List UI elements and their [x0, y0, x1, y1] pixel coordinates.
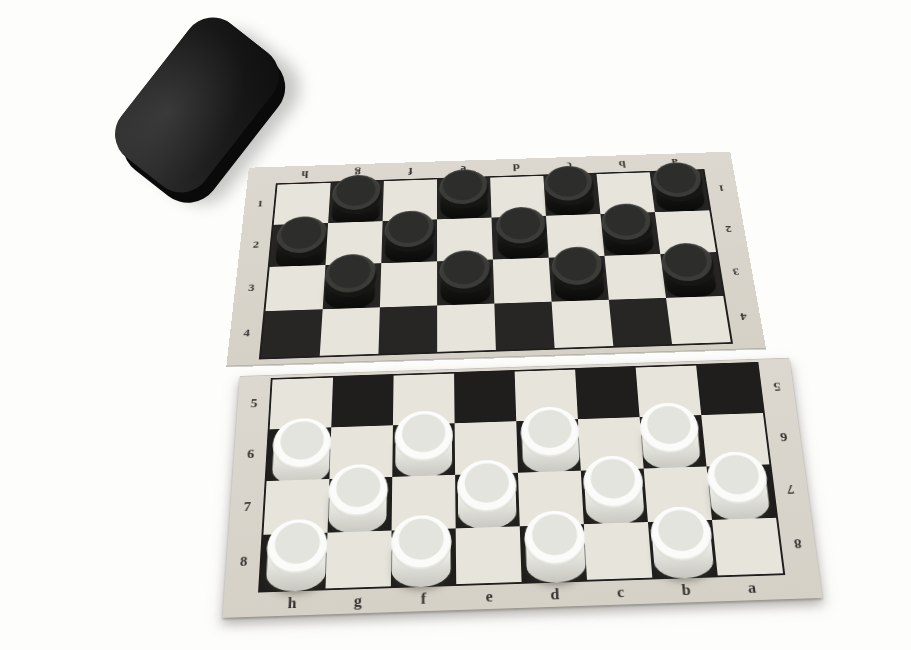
rank-label-text-7: 7 — [786, 481, 795, 496]
square-g5[interactable] — [331, 376, 393, 428]
square-c3[interactable] — [549, 256, 609, 302]
white-man-b8[interactable] — [649, 506, 717, 583]
square-a4[interactable] — [666, 296, 731, 344]
rank-label-2-left-half-top: 2 — [240, 223, 272, 266]
rank-label-7-left-half-bottom: 7 — [230, 479, 265, 534]
square-d3[interactable] — [493, 258, 552, 304]
file-label-h-bottom: h — [259, 595, 325, 612]
photo-stage: hgfedcba12341234 56785678hgfedcba — [0, 0, 911, 650]
file-label-f-bottom: f — [391, 591, 457, 608]
board-grid-half-bottom — [258, 362, 785, 593]
black-man-d2[interactable] — [495, 206, 549, 263]
square-e3[interactable] — [437, 259, 494, 305]
rank-label-text-1: 1 — [257, 198, 264, 210]
file-label-f-top: f — [384, 165, 437, 176]
rank-label-3-left-half-top: 3 — [235, 265, 268, 310]
black-man-a1[interactable] — [650, 162, 708, 217]
board-grid-half-top — [259, 169, 733, 359]
black-man-c1[interactable] — [543, 165, 597, 220]
black-man-b2[interactable] — [599, 203, 657, 260]
square-b4[interactable] — [609, 298, 672, 346]
rank-label-text-7: 7 — [243, 499, 251, 514]
rank-label-1-right-half-top: 1 — [704, 168, 738, 209]
square-d6[interactable] — [516, 419, 581, 473]
rank-label-text-2: 2 — [252, 239, 259, 251]
file-label-h-top: h — [278, 168, 332, 179]
black-man-a3[interactable] — [659, 242, 720, 302]
rank-label-text-5: 5 — [250, 396, 258, 410]
square-f2[interactable] — [381, 219, 437, 263]
square-e1[interactable] — [437, 178, 491, 220]
black-man-e3[interactable] — [439, 249, 493, 309]
rank-label-text-5: 5 — [772, 379, 781, 393]
margin-spacer — [785, 586, 818, 587]
black-man-g3[interactable] — [322, 253, 377, 314]
margin-spacer — [252, 175, 279, 176]
square-c5[interactable] — [575, 368, 639, 420]
rank-label-6-right-half-bottom: 6 — [765, 410, 803, 462]
rank-label-5-right-half-bottom: 5 — [758, 361, 795, 411]
white-man-c7[interactable] — [582, 455, 646, 529]
square-g8[interactable] — [325, 531, 391, 589]
square-e7[interactable] — [455, 473, 520, 529]
square-e8[interactable] — [456, 526, 522, 584]
square-e5[interactable] — [454, 372, 516, 424]
white-man-f8[interactable] — [390, 514, 452, 592]
half-bottom-mid: 56785678 — [225, 361, 818, 594]
square-h4[interactable] — [261, 309, 323, 357]
file-label-a-bottom: a — [718, 580, 785, 597]
square-g4[interactable] — [320, 307, 380, 355]
rank-label-text-6: 6 — [247, 447, 255, 461]
black-man-f2[interactable] — [383, 210, 435, 268]
square-c4[interactable] — [552, 300, 614, 348]
square-g1[interactable] — [328, 181, 384, 223]
square-d2[interactable] — [491, 216, 548, 260]
file-label-b-top: b — [595, 158, 649, 169]
square-c7[interactable] — [581, 469, 648, 525]
square-f4[interactable] — [378, 305, 437, 353]
rank-label-text-3: 3 — [731, 265, 739, 278]
white-man-g7[interactable] — [327, 463, 388, 538]
square-b8[interactable] — [648, 520, 718, 578]
square-d8[interactable] — [520, 524, 587, 582]
square-g7[interactable] — [327, 477, 392, 533]
rank-label-text-1: 1 — [717, 183, 725, 195]
square-e4[interactable] — [437, 304, 496, 352]
square-a1[interactable] — [650, 171, 710, 213]
rank-label-8-right-half-bottom: 8 — [778, 515, 818, 572]
square-c8[interactable] — [584, 522, 652, 580]
half-top-mid: 12341234 — [229, 168, 763, 360]
rank-label-text-6: 6 — [779, 429, 788, 443]
square-b6[interactable] — [640, 415, 707, 468]
file-label-d-bottom: d — [522, 586, 588, 603]
black-man-e1[interactable] — [439, 169, 490, 224]
board-top-half: hgfedcba12341234 — [226, 152, 766, 367]
rank-label-text-4: 4 — [739, 310, 748, 323]
rank-label-6-left-half-bottom: 6 — [233, 428, 267, 481]
rank-label-text-4: 4 — [243, 326, 251, 339]
file-label-b-bottom: b — [653, 582, 720, 599]
rank-label-1-left-half-top: 1 — [244, 183, 276, 224]
white-man-f6[interactable] — [394, 410, 453, 482]
white-man-h8[interactable] — [264, 518, 328, 596]
rank-label-4-right-half-top: 4 — [725, 293, 762, 340]
white-man-e7[interactable] — [457, 459, 518, 534]
rank-label-text-3: 3 — [248, 281, 256, 294]
rank-label-text-8: 8 — [240, 553, 248, 569]
square-f6[interactable] — [392, 423, 455, 477]
square-h8[interactable] — [260, 533, 327, 591]
rank-label-7-right-half-bottom: 7 — [771, 462, 810, 516]
square-h2[interactable] — [270, 223, 328, 267]
square-h3[interactable] — [265, 265, 325, 311]
rank-label-5-left-half-bottom: 5 — [237, 378, 271, 429]
white-man-d6[interactable] — [520, 406, 582, 478]
square-b3[interactable] — [605, 254, 667, 300]
square-c1[interactable] — [543, 174, 600, 216]
file-label-d-top: d — [490, 161, 543, 172]
checkers-board: hgfedcba12341234 56785678hgfedcba — [206, 88, 823, 618]
square-a7[interactable] — [707, 464, 777, 520]
square-f3[interactable] — [380, 261, 437, 307]
black-man-c3[interactable] — [550, 246, 607, 306]
square-g3[interactable] — [323, 263, 382, 309]
board-bottom-half: 56785678hgfedcba — [223, 358, 823, 618]
margin-spacer — [701, 160, 728, 161]
rank-label-4-left-half-top: 4 — [229, 310, 263, 357]
square-f8[interactable] — [391, 528, 456, 586]
file-label-c-bottom: c — [587, 584, 654, 601]
file-label-e-bottom: e — [456, 588, 522, 605]
rank-label-2-right-half-top: 2 — [711, 208, 746, 251]
square-a3[interactable] — [660, 252, 723, 298]
rank-label-text-2: 2 — [724, 223, 732, 235]
white-man-a7[interactable] — [705, 451, 773, 525]
square-d4[interactable] — [494, 302, 554, 350]
rank-label-text-8: 8 — [793, 535, 802, 550]
square-a8[interactable] — [712, 518, 783, 576]
margin-spacer — [226, 604, 259, 605]
file-label-g-bottom: g — [325, 593, 391, 610]
square-a5[interactable] — [696, 364, 763, 416]
square-h6[interactable] — [267, 427, 332, 481]
white-man-b6[interactable] — [638, 402, 703, 474]
rank-label-3-right-half-top: 3 — [718, 250, 754, 295]
square-b2[interactable] — [600, 212, 660, 256]
white-man-d8[interactable] — [524, 510, 588, 587]
rank-label-8-left-half-bottom: 8 — [226, 533, 262, 590]
